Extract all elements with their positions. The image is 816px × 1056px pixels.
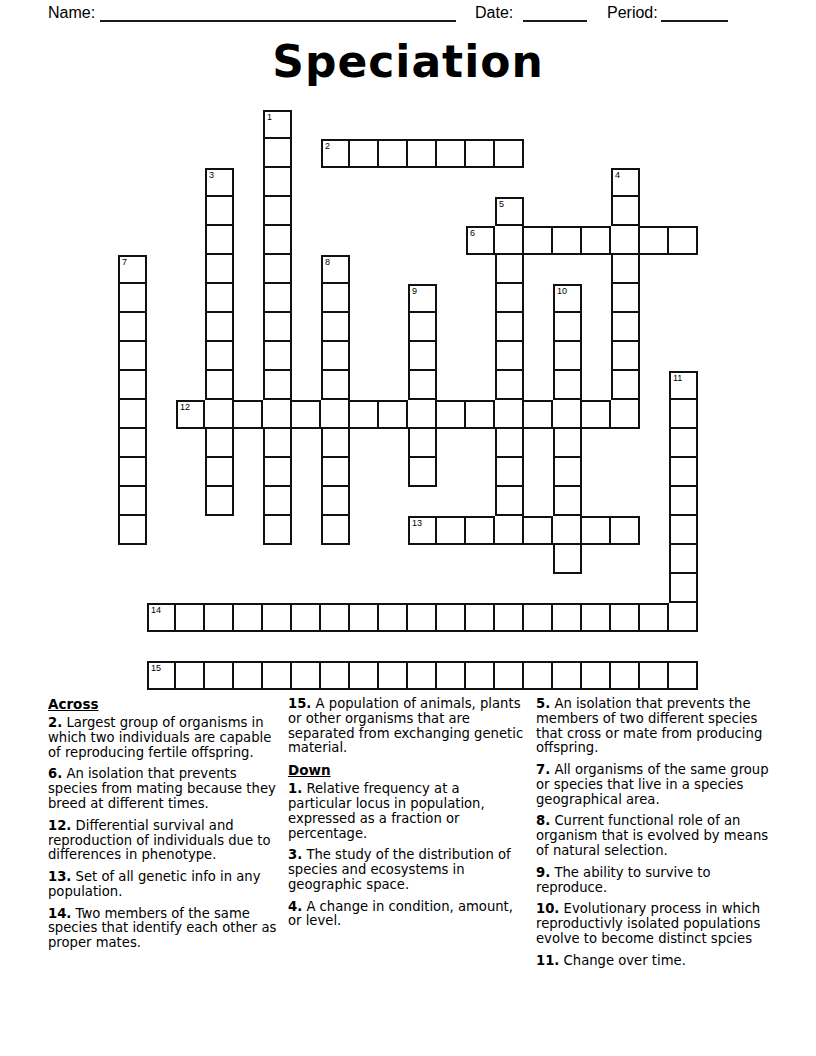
grid-cell[interactable] [466,139,495,168]
grid-cell[interactable] [176,603,205,632]
grid-cell[interactable] [350,661,379,690]
clue-item-number: 2. [48,715,62,730]
grid-cell[interactable]: 1 [263,110,292,139]
grid-cell[interactable]: 9 [408,284,437,313]
grid-cell[interactable] [408,400,437,429]
grid-cell[interactable] [582,400,611,429]
grid-cell[interactable] [524,400,553,429]
grid-cell[interactable] [205,371,234,400]
grid-cell[interactable] [466,661,495,690]
grid-cell[interactable] [611,313,640,342]
grid-cell[interactable] [118,342,147,371]
grid-cell[interactable] [669,516,698,545]
grid-cell[interactable] [495,313,524,342]
grid-cell[interactable] [495,516,524,545]
grid-cell[interactable]: 7 [118,255,147,284]
clue-number: 13 [412,518,422,528]
grid-cell[interactable] [118,516,147,545]
period-label: Period: [607,4,658,22]
grid-cell[interactable] [205,197,234,226]
grid-cell[interactable] [292,603,321,632]
clue-item-d8: 8. Current functional role of an organis… [536,814,776,858]
grid-cell[interactable]: 14 [147,603,176,632]
grid-cell[interactable] [611,197,640,226]
grid-cell[interactable] [611,661,640,690]
grid-cell[interactable] [263,516,292,545]
grid-cell[interactable] [611,284,640,313]
grid-cell[interactable] [321,603,350,632]
grid-cell[interactable] [640,603,669,632]
grid-cell[interactable] [292,400,321,429]
grid-cell[interactable] [582,516,611,545]
grid-cell[interactable] [524,661,553,690]
across-header: Across [48,697,286,712]
grid-cell[interactable] [611,255,640,284]
grid-cell[interactable] [495,371,524,400]
clue-item-d9: 9. The ability to survive to reproduce. [536,866,776,896]
grid-cell[interactable] [263,487,292,516]
grid-cell[interactable] [553,226,582,255]
grid-cell[interactable] [553,313,582,342]
grid-cell[interactable] [669,661,698,690]
grid-cell[interactable] [350,400,379,429]
grid-cell[interactable]: 5 [495,197,524,226]
clue-item-a14: 14. Two members of the same species that… [48,907,286,951]
grid-cell[interactable] [263,197,292,226]
clue-number: 3 [209,170,214,180]
grid-cell[interactable] [263,458,292,487]
grid-cell[interactable] [495,255,524,284]
clue-item-number: 12. [48,818,71,833]
grid-cell[interactable] [205,255,234,284]
clue-item-d11: 11. Change over time. [536,954,776,969]
grid-cell[interactable] [118,313,147,342]
grid-cell[interactable] [495,487,524,516]
grid-cell[interactable] [466,400,495,429]
clue-number: 10 [557,286,567,296]
grid-cell[interactable] [495,284,524,313]
grid-cell[interactable] [205,313,234,342]
grid-cell[interactable] [437,516,466,545]
date-label: Date: [475,4,513,22]
grid-cell[interactable] [611,342,640,371]
clue-item-number: 11. [536,953,559,968]
grid-cell[interactable] [669,458,698,487]
crossword-grid: 123456789101112131415 [118,110,700,692]
clue-item-number: 7. [536,762,550,777]
clue-number: 11 [673,373,682,383]
grid-cell[interactable] [205,661,234,690]
clue-item-number: 6. [48,766,62,781]
grid-cell[interactable] [118,400,147,429]
grid-cell[interactable] [118,371,147,400]
grid-cell[interactable] [553,545,582,574]
grid-cell[interactable] [379,400,408,429]
grid-cell[interactable] [350,603,379,632]
clues-column-1: Across2. Largest group of organisms in w… [48,697,286,958]
grid-cell[interactable] [321,516,350,545]
down-header: Down [288,763,526,778]
grid-cell[interactable] [263,400,292,429]
clues-column-2: 15. A population of animals, plants or o… [288,697,526,936]
grid-cell[interactable] [118,284,147,313]
grid-cell[interactable] [263,313,292,342]
grid-cell[interactable] [234,603,263,632]
name-label: Name: [48,4,95,22]
grid-cell[interactable] [205,284,234,313]
grid-cell[interactable] [118,429,147,458]
clue-number: 14 [151,605,161,615]
clue-item-number: 15. [288,696,311,711]
grid-cell[interactable]: 11 [669,371,698,400]
grid-cell[interactable] [379,661,408,690]
grid-cell[interactable] [118,487,147,516]
grid-cell[interactable] [553,429,582,458]
grid-cell[interactable] [234,400,263,429]
grid-cell[interactable] [263,342,292,371]
clue-item-d3: 3. The study of the distribution of spec… [288,848,526,892]
clue-item-d5: 5. An isolation that prevents the member… [536,697,776,756]
grid-cell[interactable] [408,342,437,371]
grid-cell[interactable] [553,661,582,690]
grid-cell[interactable] [379,139,408,168]
grid-cell[interactable] [437,400,466,429]
grid-cell[interactable] [379,603,408,632]
grid-cell[interactable] [205,342,234,371]
grid-cell[interactable] [437,603,466,632]
grid-cell[interactable] [321,661,350,690]
grid-cell[interactable] [321,429,350,458]
clue-item-number: 14. [48,906,71,921]
grid-cell[interactable] [263,255,292,284]
page-title: Speciation [0,36,816,87]
grid-cell[interactable] [408,458,437,487]
clue-item-number: 5. [536,696,550,711]
grid-cell[interactable]: 6 [466,226,495,255]
clue-number: 2 [325,141,330,151]
grid-cell[interactable] [669,574,698,603]
clue-number: 4 [615,170,620,180]
grid-cell[interactable] [263,661,292,690]
grid-cell[interactable] [350,139,379,168]
grid-cell[interactable] [553,342,582,371]
grid-cell[interactable] [495,603,524,632]
grid-cell[interactable]: 4 [611,168,640,197]
clue-number: 6 [470,228,475,238]
grid-cell[interactable] [321,342,350,371]
grid-cell[interactable] [553,458,582,487]
grid-cell[interactable] [408,661,437,690]
grid-cell[interactable] [669,400,698,429]
grid-cell[interactable] [263,429,292,458]
grid-cell[interactable] [408,429,437,458]
grid-cell[interactable] [408,371,437,400]
grid-cell[interactable] [205,400,234,429]
grid-cell[interactable] [321,400,350,429]
clue-item-a2: 2. Largest group of organisms in which t… [48,716,286,760]
grid-cell[interactable] [669,429,698,458]
grid-cell[interactable] [321,371,350,400]
clue-item-number: 1. [288,781,302,796]
clue-item-a12: 12. Differential survival and reproducti… [48,819,286,863]
clue-number: 5 [499,199,504,209]
grid-cell[interactable] [495,661,524,690]
grid-cell[interactable] [611,371,640,400]
grid-cell[interactable] [408,313,437,342]
grid-cell[interactable]: 3 [205,168,234,197]
grid-cell[interactable] [669,545,698,574]
grid-cell[interactable] [408,139,437,168]
grid-cell[interactable] [205,429,234,458]
grid-cell[interactable] [611,226,640,255]
grid-cell[interactable] [524,516,553,545]
grid-cell[interactable] [205,487,234,516]
grid-cell[interactable] [466,516,495,545]
grid-cell[interactable] [263,168,292,197]
clue-number: 15 [151,663,161,673]
grid-cell[interactable] [495,400,524,429]
name-blank-line [100,4,456,22]
grid-cell[interactable] [669,603,698,632]
grid-cell[interactable] [205,458,234,487]
grid-cell[interactable] [582,226,611,255]
grid-cell[interactable] [495,458,524,487]
worksheet-page: Name: Date: Period: Speciation 123456789… [0,0,816,1056]
grid-cell[interactable] [321,313,350,342]
grid-cell[interactable]: 15 [147,661,176,690]
grid-cell[interactable] [640,226,669,255]
date-blank-line [523,4,587,22]
grid-cell[interactable] [321,458,350,487]
clue-item-a13: 13. Set of all genetic info in any popul… [48,870,286,900]
clue-item-number: 8. [536,813,550,828]
grid-cell[interactable] [292,661,321,690]
grid-cell[interactable]: 13 [408,516,437,545]
grid-cell[interactable] [176,661,205,690]
grid-cell[interactable] [408,603,437,632]
clues-column-3: 5. An isolation that prevents the member… [536,697,776,976]
clue-item-number: 10. [536,901,559,916]
grid-cell[interactable] [118,458,147,487]
grid-cell[interactable] [495,226,524,255]
clue-item-number: 3. [288,847,302,862]
grid-cell[interactable] [669,487,698,516]
grid-cell[interactable] [321,487,350,516]
grid-cell[interactable] [263,371,292,400]
clue-item-number: 13. [48,869,71,884]
clue-item-d7: 7. All organisms of the same group or sp… [536,763,776,807]
grid-cell[interactable] [495,139,524,168]
clue-item-number: 4. [288,899,302,914]
grid-cell[interactable] [524,603,553,632]
grid-cell[interactable]: 10 [553,284,582,313]
grid-cell[interactable] [553,516,582,545]
grid-cell[interactable] [234,661,263,690]
clue-number: 7 [122,257,127,267]
grid-cell[interactable] [553,603,582,632]
grid-cell[interactable] [321,284,350,313]
grid-cell[interactable] [437,139,466,168]
grid-cell[interactable] [611,516,640,545]
grid-cell[interactable] [553,371,582,400]
clue-item-d1: 1. Relative frequency at a particular lo… [288,782,526,841]
clue-number: 9 [412,286,417,296]
grid-cell[interactable] [263,139,292,168]
grid-cell[interactable] [205,226,234,255]
grid-cell[interactable] [205,603,234,632]
grid-cell[interactable] [553,400,582,429]
clue-number: 8 [325,257,330,267]
grid-cell[interactable]: 12 [176,400,205,429]
clue-item-d4: 4. A change in condition, amount, or lev… [288,900,526,930]
grid-cell[interactable] [611,603,640,632]
grid-cell[interactable]: 2 [321,139,350,168]
grid-cell[interactable] [466,603,495,632]
grid-cell[interactable] [263,226,292,255]
clue-number: 12 [180,402,190,412]
grid-cell[interactable] [524,226,553,255]
grid-cell[interactable] [495,429,524,458]
grid-cell[interactable] [553,487,582,516]
grid-cell[interactable] [669,226,698,255]
grid-cell[interactable] [437,661,466,690]
grid-cell[interactable] [495,342,524,371]
grid-cell[interactable] [611,400,640,429]
grid-cell[interactable] [582,661,611,690]
grid-cell[interactable] [263,284,292,313]
clue-item-number: 9. [536,865,550,880]
clue-number: 1 [267,112,272,122]
grid-cell[interactable]: 8 [321,255,350,284]
clue-item-a6: 6. An isolation that prevents species fr… [48,767,286,811]
grid-cell[interactable] [640,661,669,690]
clue-item-d10: 10. Evolutionary process in which reprod… [536,902,776,946]
grid-cell[interactable] [582,603,611,632]
period-blank-line [661,4,728,22]
grid-cell[interactable] [263,603,292,632]
clue-item-a15: 15. A population of animals, plants or o… [288,697,526,756]
